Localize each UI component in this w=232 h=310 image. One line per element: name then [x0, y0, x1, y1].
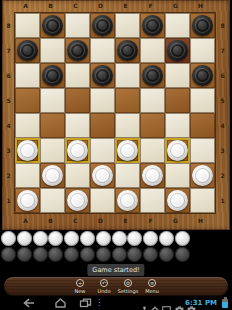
black-tray-piece — [80, 247, 95, 262]
black-tray-piece — [33, 247, 48, 262]
square-b8[interactable] — [40, 13, 65, 38]
white-piece-c3[interactable] — [67, 140, 88, 161]
white-piece-g3[interactable] — [167, 140, 188, 161]
square-d5[interactable] — [90, 88, 115, 113]
white-tray-piece — [127, 231, 142, 246]
square-g6[interactable] — [165, 63, 190, 88]
rank-label-7: 7 — [217, 38, 228, 63]
square-f4[interactable] — [140, 113, 165, 138]
white-piece-a3[interactable] — [17, 140, 38, 161]
black-tray-piece — [112, 247, 127, 262]
board-grid — [15, 13, 215, 213]
white-piece-e1[interactable] — [117, 190, 138, 211]
file-label-d: D — [88, 218, 113, 224]
square-a7[interactable] — [15, 38, 40, 63]
white-tray-piece — [143, 231, 158, 246]
square-b5[interactable] — [40, 88, 65, 113]
white-piece-d2[interactable] — [92, 165, 113, 186]
square-h6[interactable] — [190, 63, 215, 88]
square-g2[interactable] — [165, 163, 190, 188]
square-f2[interactable] — [140, 163, 165, 188]
square-e4[interactable] — [115, 113, 140, 138]
file-label-b: B — [38, 218, 63, 224]
rank-label-3: 3 — [217, 138, 228, 163]
square-h2[interactable] — [190, 163, 215, 188]
settings-gear-icon — [151, 299, 159, 310]
undo-icon: ↶ — [100, 279, 108, 287]
square-e3[interactable] — [115, 138, 140, 163]
rank-label-1: 1 — [217, 188, 228, 213]
square-b3[interactable] — [40, 138, 65, 163]
square-b2[interactable] — [40, 163, 65, 188]
black-piece-b6[interactable] — [42, 65, 63, 86]
toolbar-button-label: Settings — [118, 288, 139, 294]
black-tray-piece — [64, 247, 79, 262]
square-e7[interactable] — [115, 38, 140, 63]
black-piece-d8[interactable] — [92, 15, 113, 36]
toolbar: +New↶Undo⚙Settings≡Menu — [4, 277, 228, 296]
square-g3[interactable] — [165, 138, 190, 163]
square-g4[interactable] — [165, 113, 190, 138]
white-tray-piece — [64, 231, 79, 246]
settings-icon: ⚙ — [124, 279, 132, 287]
square-f3[interactable] — [140, 138, 165, 163]
file-label-f: F — [138, 218, 163, 224]
settings-button[interactable]: ⚙Settings — [119, 279, 137, 294]
battery-icon — [222, 299, 228, 308]
toolbar-button-label: Undo — [97, 288, 110, 294]
square-h1[interactable] — [190, 188, 215, 213]
rank-label-5: 5 — [217, 88, 228, 113]
black-tray-piece — [48, 247, 63, 262]
white-pieces-tray — [1, 231, 191, 246]
square-c1[interactable] — [65, 188, 90, 213]
rank-label-5: 5 — [3, 88, 14, 113]
square-c4[interactable] — [65, 113, 90, 138]
white-piece-g1[interactable] — [167, 190, 188, 211]
file-label-b: B — [38, 3, 63, 9]
white-tray-piece — [48, 231, 63, 246]
white-tray-piece — [80, 231, 95, 246]
rank-label-8: 8 — [217, 13, 228, 38]
black-piece-b8[interactable] — [42, 15, 63, 36]
black-tray-piece — [96, 247, 111, 262]
square-c6[interactable] — [65, 63, 90, 88]
white-piece-c1[interactable] — [67, 190, 88, 211]
square-f6[interactable] — [140, 63, 165, 88]
undo-button[interactable]: ↶Undo — [95, 279, 113, 294]
toast-message: Game started! — [87, 264, 144, 276]
white-piece-f2[interactable] — [142, 165, 163, 186]
file-label-h: H — [188, 3, 213, 9]
square-b7[interactable] — [40, 38, 65, 63]
square-b4[interactable] — [40, 113, 65, 138]
square-b6[interactable] — [40, 63, 65, 88]
white-tray-piece — [112, 231, 127, 246]
white-tray-piece — [33, 231, 48, 246]
black-tray-piece — [17, 247, 32, 262]
file-label-c: C — [63, 3, 88, 9]
file-label-e: E — [113, 218, 138, 224]
black-piece-f6[interactable] — [142, 65, 163, 86]
square-a5[interactable] — [15, 88, 40, 113]
black-piece-f8[interactable] — [142, 15, 163, 36]
square-h8[interactable] — [190, 13, 215, 38]
square-g5[interactable] — [165, 88, 190, 113]
square-e6[interactable] — [115, 63, 140, 88]
square-f7[interactable] — [140, 38, 165, 63]
black-pieces-tray — [1, 247, 191, 262]
file-label-e: E — [113, 3, 138, 9]
square-d7[interactable] — [90, 38, 115, 63]
white-piece-b2[interactable] — [42, 165, 63, 186]
display-icon — [162, 299, 171, 310]
square-d3[interactable] — [90, 138, 115, 163]
square-c8[interactable] — [65, 13, 90, 38]
square-f5[interactable] — [140, 88, 165, 113]
square-e2[interactable] — [115, 163, 140, 188]
square-c7[interactable] — [65, 38, 90, 63]
clock: 6:31 PM — [185, 299, 217, 307]
square-c5[interactable] — [65, 88, 90, 113]
square-d2[interactable] — [90, 163, 115, 188]
toolbar-button-label: Menu — [145, 288, 159, 294]
square-h3[interactable] — [190, 138, 215, 163]
square-c2[interactable] — [65, 163, 90, 188]
square-a4[interactable] — [15, 113, 40, 138]
white-tray-piece — [159, 231, 174, 246]
file-label-h: H — [188, 218, 213, 224]
black-piece-c7[interactable] — [67, 40, 88, 61]
file-label-a: A — [13, 218, 38, 224]
black-piece-g7[interactable] — [167, 40, 188, 61]
black-tray-piece — [175, 247, 190, 262]
square-a2[interactable] — [15, 163, 40, 188]
square-d8[interactable] — [90, 13, 115, 38]
camera-icon — [175, 299, 184, 310]
menu-overflow-icon[interactable]: ⋮ — [95, 298, 103, 308]
file-label-g: G — [163, 218, 188, 224]
black-tray-piece — [159, 247, 174, 262]
square-e1[interactable] — [115, 188, 140, 213]
square-f8[interactable] — [140, 13, 165, 38]
file-label-a: A — [13, 3, 38, 9]
square-g1[interactable] — [165, 188, 190, 213]
menu-icon: ≡ — [148, 279, 156, 287]
white-piece-a1[interactable] — [17, 190, 38, 211]
black-tray-piece — [1, 247, 16, 262]
square-d4[interactable] — [90, 113, 115, 138]
rank-label-6: 6 — [3, 63, 14, 88]
square-b1[interactable] — [40, 188, 65, 213]
app-screen: ABCDEFGH ABCDEFGH 87654321 87654321 Game… — [0, 0, 232, 310]
black-piece-h6[interactable] — [192, 65, 213, 86]
rank-label-4: 4 — [3, 113, 14, 138]
white-tray-piece — [17, 231, 32, 246]
black-tray-piece — [127, 247, 142, 262]
black-piece-a7[interactable] — [17, 40, 38, 61]
square-a3[interactable] — [15, 138, 40, 163]
white-piece-h2[interactable] — [192, 165, 213, 186]
square-h4[interactable] — [190, 113, 215, 138]
square-g7[interactable] — [165, 38, 190, 63]
back-icon[interactable] — [22, 298, 35, 308]
square-a6[interactable] — [15, 63, 40, 88]
square-d1[interactable] — [90, 188, 115, 213]
new-game-icon: + — [76, 279, 84, 287]
square-a1[interactable] — [15, 188, 40, 213]
square-e5[interactable] — [115, 88, 140, 113]
white-tray-piece — [1, 231, 16, 246]
rank-label-8: 8 — [3, 13, 14, 38]
square-e8[interactable] — [115, 13, 140, 38]
checkers-board: ABCDEFGH ABCDEFGH 87654321 87654321 — [2, 0, 230, 230]
rank-label-6: 6 — [217, 63, 228, 88]
file-label-f: F — [138, 3, 163, 9]
rank-label-2: 2 — [217, 163, 228, 188]
toolbar-button-label: New — [75, 288, 86, 294]
rank-label-3: 3 — [3, 138, 14, 163]
new-button[interactable]: +New — [71, 279, 89, 294]
file-label-g: G — [163, 3, 188, 9]
rank-label-1: 1 — [3, 188, 14, 213]
home-icon[interactable] — [54, 298, 67, 308]
square-g8[interactable] — [165, 13, 190, 38]
white-piece-e3[interactable] — [117, 140, 138, 161]
file-label-d: D — [88, 3, 113, 9]
file-label-c: C — [63, 218, 88, 224]
black-piece-d6[interactable] — [92, 65, 113, 86]
square-h7[interactable] — [190, 38, 215, 63]
rank-label-7: 7 — [3, 38, 14, 63]
black-piece-e7[interactable] — [117, 40, 138, 61]
black-piece-h8[interactable] — [192, 15, 213, 36]
square-c3[interactable] — [65, 138, 90, 163]
square-d6[interactable] — [90, 63, 115, 88]
white-tray-piece — [96, 231, 111, 246]
white-tray-piece — [175, 231, 190, 246]
square-a8[interactable] — [15, 13, 40, 38]
square-h5[interactable] — [190, 88, 215, 113]
rank-label-2: 2 — [3, 163, 14, 188]
square-f1[interactable] — [140, 188, 165, 213]
black-tray-piece — [143, 247, 158, 262]
usb-icon — [141, 299, 148, 310]
android-navbar: ⋮ 6:31 PM — [0, 296, 232, 310]
menu-button[interactable]: ≡Menu — [143, 279, 161, 294]
rank-label-4: 4 — [217, 113, 228, 138]
recents-icon[interactable] — [79, 298, 92, 308]
